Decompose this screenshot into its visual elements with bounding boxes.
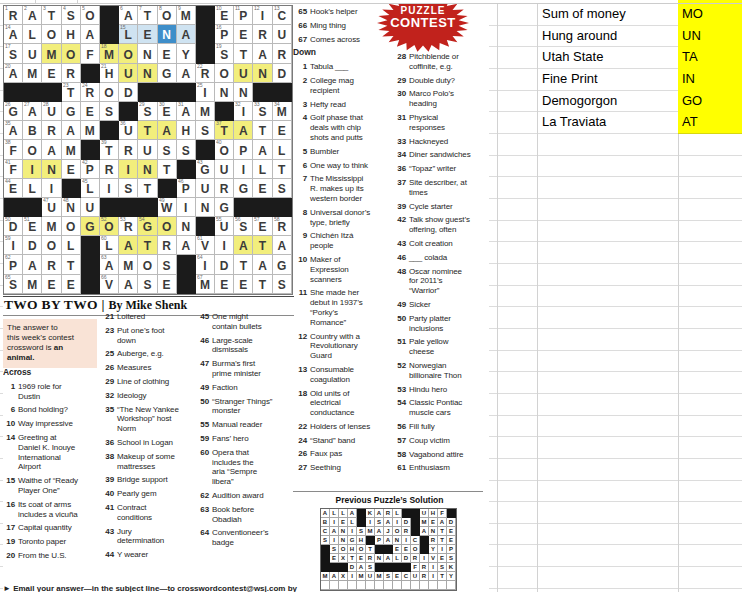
grid-cell-r3c9[interactable]: E [158,44,177,63]
grid-cell-r10c3[interactable]: I [42,179,61,198]
grid-cell-r11c6[interactable] [100,198,119,217]
cell-letter: A [277,240,286,252]
grid-cell-r8c15[interactable]: L [273,140,292,159]
grid-cell-r7c4[interactable]: A [62,121,81,140]
grid-cell-r9c5[interactable]: 42P [81,160,100,179]
clue-text: Its coat of arms includes a vicuña [18,500,78,520]
grid-cell-r12c13[interactable]: 56S [234,217,253,236]
grid-cell-r1c7[interactable]: 6A [119,6,138,25]
grid-cell-r1c15[interactable]: 13C [273,6,292,25]
clue-text: Line of clothing [117,377,169,387]
grid-cell-r14c8[interactable]: O [138,255,157,274]
grid-cell-r5c4[interactable]: 23T [62,83,81,102]
grid-cell-r7c5[interactable]: M [81,121,100,140]
grid-cell-r9c12[interactable]: U [215,160,234,179]
grid-cell-r5c14[interactable] [253,83,272,102]
cell-letter: A [258,260,267,272]
grid-cell-r10c11[interactable]: U [196,179,215,198]
grid-cell-r10c12[interactable]: R [215,179,234,198]
grid-cell-r9c2[interactable]: I [23,160,42,179]
grid-cell-r2c4[interactable]: H [62,25,81,44]
grid-cell-r11c1[interactable] [4,198,23,217]
clue-item: 19Toronto paper [3,537,99,547]
grid-cell-r12c8[interactable]: 54G [138,217,157,236]
grid-cell-r15c15[interactable]: S [273,275,292,294]
mini-cell: F [438,509,447,518]
grid-cell-r1c3[interactable]: 3T [42,6,61,25]
grid-cell-r10c4[interactable] [62,179,81,198]
grid-cell-r13c10[interactable]: A [177,236,196,255]
grid-cell-r10c14[interactable]: E [253,179,272,198]
clue-number: 43 [103,527,117,547]
grid-cell-r13c12[interactable]: I [215,236,234,255]
grid-cell-r15c12[interactable]: E [215,275,234,294]
cell-letter: E [47,68,55,80]
grid-cell-r6c3[interactable]: 28U [42,102,61,121]
grid-cell-r15c9[interactable]: E [158,275,177,294]
grid-cell-r2c12[interactable]: 16P [215,25,234,44]
grid-cell-r3c14[interactable]: A [253,44,272,63]
grid-cell-r5c6[interactable]: O [100,83,119,102]
grid-cell-r11c11[interactable]: N [196,198,215,217]
grid-cell-r4c9[interactable]: G [158,64,177,83]
grid-cell-r4c10[interactable]: A [177,64,196,83]
mini-cell [420,545,429,554]
grid-cell-r4c11[interactable]: 22R [196,64,215,83]
grid-cell-r8c3[interactable]: A [42,140,61,159]
grid-cell-r5c11[interactable]: 25I [196,83,215,102]
grid-cell-r14c1[interactable]: 62P [4,255,23,274]
grid-cell-r2c1[interactable]: 14A [4,25,23,44]
grid-cell-r9c10[interactable] [177,160,196,179]
grid-cell-r12c3[interactable]: M [42,217,61,236]
grid-cell-r11c7[interactable] [119,198,138,217]
grid-cell-r14c4[interactable]: T [62,255,81,274]
clue-item: 6Bond holding? [3,405,99,415]
grid-cell-r3c15[interactable]: R [273,44,292,63]
grid-cell-r1c4[interactable]: 4S [62,6,81,25]
mini-cell: U [411,572,420,581]
grid-cell-r10c2[interactable]: L [23,179,42,198]
grid-cell-r3c6[interactable]: 18M [100,44,119,63]
grid-cell-r12c9[interactable]: O [158,217,177,236]
cell-letter: G [66,106,75,118]
grid-cell-r8c8[interactable]: U [138,140,157,159]
grid-cell-r2c3[interactable]: O [42,25,61,44]
grid-cell-r5c3[interactable] [42,83,61,102]
grid-cell-r3c3[interactable]: M [42,44,61,63]
grid-cell-r7c1[interactable]: 35A [4,121,23,140]
grid-cell-r3c2[interactable]: U [23,44,42,63]
grid-cell-r15c5[interactable] [81,275,100,294]
clue-text: “The New Yankee Workshop” host Norm [117,405,179,434]
cell-letter: M [85,125,95,137]
grid-cell-r12c2[interactable]: 51E [23,217,42,236]
grid-cell-r3c13[interactable]: T [234,44,253,63]
cell-number: 45 [82,179,87,184]
grid-cell-r12c7[interactable]: 53R [119,217,138,236]
grid-cell-r14c11[interactable]: 64I [196,255,215,274]
contest-email-footer: ► Email your answer—in the subject line—… [3,584,483,592]
grid-cell-r11c5[interactable]: U [81,198,100,217]
grid-cell-r4c7[interactable]: U [119,64,138,83]
grid-cell-r5c13[interactable]: N [234,83,253,102]
grid-cell-r13c2[interactable]: D [23,236,42,255]
grid-cell-r4c1[interactable]: 20A [4,64,23,83]
crossword-grid[interactable]: 1R2A3T4S5O6A7T8O9M10E11P12I13C14ALOHA15L… [3,5,293,295]
grid-cell-r2c8[interactable]: E [138,25,157,44]
grid-cell-r14c12[interactable]: D [215,255,234,274]
clue-text: ___ colada [409,253,447,263]
grid-cell-r12c11[interactable] [196,217,215,236]
grid-cell-r14c13[interactable]: T [234,255,253,274]
cell-letter: N [258,68,267,80]
grid-cell-r13c14[interactable]: T [253,236,272,255]
grid-cell-r9c13[interactable]: I [234,160,253,179]
mini-cell: A [330,527,339,536]
grid-cell-r4c3[interactable]: E [42,64,61,83]
grid-cell-r14c9[interactable]: S [158,255,177,274]
grid-cell-r12c1[interactable]: 50D [4,217,23,236]
grid-cell-r10c1[interactable]: 44E [4,179,23,198]
grid-cell-r1c1[interactable]: 1R [4,6,23,25]
grid-cell-r7c13[interactable]: A [234,121,253,140]
grid-cell-r10c7[interactable]: S [119,179,138,198]
grid-cell-r4c6[interactable]: 21H [100,64,119,83]
grid-cell-r4c5[interactable] [81,64,100,83]
grid-cell-r15c13[interactable]: E [234,275,253,294]
grid-cell-r8c14[interactable]: A [253,140,272,159]
sheet-answer-cell[interactable]: AT [678,111,742,134]
grid-cell-r13c7[interactable]: A [119,236,138,255]
grid-cell-r9c8[interactable]: N [138,160,157,179]
grid-cell-r11c8[interactable] [138,198,157,217]
grid-cell-r6c13[interactable]: 32I [234,102,253,121]
grid-cell-r6c5[interactable]: E [81,102,100,121]
grid-cell-r5c10[interactable] [177,83,196,102]
grid-cell-r6c4[interactable]: G [62,102,81,121]
sheet-answer-cell[interactable]: UN [678,25,742,48]
grid-cell-r15c4[interactable]: E [62,275,81,294]
grid-cell-r15c14[interactable]: T [253,275,272,294]
grid-cell-r2c2[interactable]: L [23,25,42,44]
cell-letter: N [47,164,56,176]
cell-number: 39 [101,140,106,145]
grid-cell-r1c10[interactable]: 9M [177,6,196,25]
grid-cell-r5c8[interactable] [138,83,157,102]
grid-cell-r11c14[interactable] [253,198,272,217]
grid-cell-r5c9[interactable] [158,83,177,102]
grid-cell-r9c6[interactable]: R [100,160,119,179]
grid-cell-r11c13[interactable] [234,198,253,217]
sheet-clue-cell[interactable]: Sum of money [542,3,676,25]
grid-cell-r3c10[interactable]: Y [177,44,196,63]
grid-cell-r8c6[interactable]: 39T [100,140,119,159]
grid-cell-r6c9[interactable]: 30E [158,102,177,121]
grid-cell-r10c6[interactable]: I [100,179,119,198]
clue-number: 40 [103,489,117,499]
clue-number: 56 [375,422,409,432]
grid-cell-r2c13[interactable]: E [234,25,253,44]
grid-cell-r1c9[interactable]: 8O [158,6,177,25]
mini-cell: O [339,545,348,554]
grid-cell-r2c11[interactable] [196,25,215,44]
grid-cell-r15c7[interactable]: A [119,275,138,294]
grid-cell-r6c12[interactable] [215,102,234,121]
grid-cell-r6c6[interactable]: S [100,102,119,121]
grid-cell-r5c5[interactable]: 24R [81,83,100,102]
grid-cell-r13c11[interactable]: 61V [196,236,215,255]
grid-cell-r4c13[interactable]: U [234,64,253,83]
grid-cell-r9c7[interactable]: I [119,160,138,179]
grid-cell-r7c9[interactable]: A [158,121,177,140]
cell-letter: A [28,10,37,22]
grid-cell-r3c12[interactable]: 19S [215,44,234,63]
cell-letter: R [9,10,18,22]
grid-cell-r14c14[interactable]: A [253,255,272,274]
clue-text: Oscar nominee for 2011’s “Warrior” [409,267,462,296]
grid-cell-r5c7[interactable]: D [119,83,138,102]
clue-text: Consumable coagulation [310,365,354,385]
grid-cell-r7c6[interactable] [100,121,119,140]
cell-letter: T [67,87,74,99]
grid-cell-r6c15[interactable]: 34M [273,102,292,121]
grid-cell-r14c6[interactable]: 63A [100,255,119,274]
grid-cell-r7c14[interactable]: T [253,121,272,140]
mini-cell: Y [429,545,438,554]
grid-cell-r12c6[interactable]: 52O [100,217,119,236]
grid-cell-r8c2[interactable]: O [23,140,42,159]
grid-cell-r6c7[interactable] [119,102,138,121]
grid-cell-r8c13[interactable]: P [234,140,253,159]
cell-number: 50 [5,217,10,222]
grid-cell-r15c2[interactable]: M [23,275,42,294]
grid-cell-r11c15[interactable] [273,198,292,217]
clue-text: She made her debut in 1937’s “Porky’s Ro… [310,288,363,327]
grid-cell-r9c3[interactable]: N [42,160,61,179]
sheet-clue-cell[interactable]: La Traviata [542,111,676,133]
clue-text: Greeting at Daniel K. Inouye Internation… [18,433,75,472]
grid-cell-r11c3[interactable]: 47U [42,198,61,217]
grid-cell-r1c12[interactable]: 10E [215,6,234,25]
grid-cell-r5c15[interactable] [273,83,292,102]
grid-cell-r6c8[interactable]: 29S [138,102,157,121]
grid-cell-r7c11[interactable]: S [196,121,215,140]
grid-cell-r6c2[interactable]: 27A [23,102,42,121]
grid-cell-r6c11[interactable]: M [196,102,215,121]
grid-cell-r11c4[interactable]: 48N [62,198,81,217]
grid-cell-r9c15[interactable]: T [273,160,292,179]
grid-cell-r13c8[interactable]: T [138,236,157,255]
cell-number: 23 [63,83,68,88]
cell-number: 5 [82,6,85,11]
grid-cell-r14c7[interactable]: M [119,255,138,274]
grid-cell-r7c7[interactable]: 36U [119,121,138,140]
mini-cell: I [348,527,357,536]
grid-cell-r7c2[interactable]: B [23,121,42,140]
grid-cell-r14c3[interactable]: R [42,255,61,274]
grid-cell-r8c9[interactable]: S [158,140,177,159]
grid-cell-r6c14[interactable]: 33S [253,102,272,121]
grid-cell-r12c12[interactable]: 55U [215,217,234,236]
clue-number: 66 [293,21,310,31]
grid-cell-r2c14[interactable]: R [253,25,272,44]
grid-cell-r9c14[interactable]: L [253,160,272,179]
grid-cell-r1c5[interactable]: 5O [81,6,100,25]
grid-cell-r8c10[interactable]: S [177,140,196,159]
grid-cell-r2c9[interactable]: N [158,25,177,44]
grid-cell-r1c2[interactable]: 2A [23,6,42,25]
puzzle-masthead: TWO BY TWO | By Mike Shenk [4,297,187,313]
grid-cell-r4c4[interactable]: R [62,64,81,83]
cell-number: 26 [5,102,10,107]
clue-number: 37 [375,178,409,198]
grid-cell-r14c5[interactable] [81,255,100,274]
mini-cell: L [339,509,348,518]
sheet-clue-cell[interactable]: Utah State [542,46,676,68]
cell-letter: G [239,183,248,195]
grid-cell-r7c12[interactable]: 37T [215,121,234,140]
grid-cell-r4c14[interactable]: N [253,64,272,83]
grid-cell-r1c14[interactable]: 12I [253,6,272,25]
grid-cell-r8c11[interactable] [196,140,215,159]
grid-cell-r13c3[interactable]: O [42,236,61,255]
grid-cell-r13c1[interactable]: 59I [4,236,23,255]
grid-cell-r7c10[interactable]: H [177,121,196,140]
cell-number: 8 [159,6,162,11]
grid-cell-r9c4[interactable]: E [62,160,81,179]
grid-cell-r8c12[interactable]: 40O [215,140,234,159]
grid-cell-r13c9[interactable]: R [158,236,177,255]
grid-cell-r2c15[interactable]: U [273,25,292,44]
grid-cell-r13c13[interactable]: A [234,236,253,255]
cell-number: 35 [5,121,10,126]
grid-cell-r13c6[interactable]: 60L [100,236,119,255]
grid-cell-r15c10[interactable] [177,275,196,294]
grid-cell-r2c10[interactable]: A [177,25,196,44]
grid-cell-r4c15[interactable]: D [273,64,292,83]
grid-cell-r3c5[interactable]: F [81,44,100,63]
mini-cell [447,509,456,518]
grid-cell-r4c12[interactable]: O [215,64,234,83]
sheet-clue-cell[interactable]: Hung around [542,25,676,47]
grid-cell-r8c1[interactable]: 38F [4,140,23,159]
grid-cell-r3c7[interactable]: O [119,44,138,63]
clue-number: 17 [3,523,18,533]
clue-number: 31 [375,113,409,133]
grid-cell-r10c13[interactable]: G [234,179,253,198]
cell-letter: O [47,29,56,41]
grid-cell-r10c9[interactable] [158,179,177,198]
grid-cell-r15c8[interactable]: S [138,275,157,294]
clue-number: 49 [196,383,212,393]
grid-cell-r11c12[interactable]: G [215,198,234,217]
grid-cell-r4c2[interactable]: M [23,64,42,83]
grid-cell-r6c10[interactable]: 31A [177,102,196,121]
grid-cell-r3c4[interactable]: O [62,44,81,63]
grid-cell-r11c10[interactable]: I [177,198,196,217]
grid-cell-r2c5[interactable]: A [81,25,100,44]
grid-cell-r13c4[interactable]: L [62,236,81,255]
grid-cell-r14c15[interactable]: G [273,255,292,274]
grid-cell-r15c3[interactable]: E [42,275,61,294]
grid-cell-r5c1[interactable] [4,83,23,102]
grid-cell-r7c8[interactable]: T [138,121,157,140]
sheet-answer-cell[interactable]: IN [678,68,742,91]
grid-cell-r9c1[interactable]: 41F [4,160,23,179]
grid-cell-r12c4[interactable]: O [62,217,81,236]
grid-cell-r14c10[interactable] [177,255,196,274]
cell-number: 41 [5,160,10,165]
grid-cell-r12c5[interactable]: G [81,217,100,236]
grid-cell-r3c1[interactable]: 17S [4,44,23,63]
grid-cell-r12c14[interactable]: 57E [253,217,272,236]
grid-cell-r15c6[interactable]: 66V [100,275,119,294]
grid-cell-r1c11[interactable] [196,6,215,25]
grid-cell-r9c9[interactable]: T [158,160,177,179]
grid-cell-r5c12[interactable]: N [215,83,234,102]
grid-cell-r10c5[interactable]: 45L [81,179,100,198]
grid-cell-r10c8[interactable]: T [138,179,157,198]
down-header: Down [293,48,377,58]
sheet-answer-cell[interactable]: TA [678,46,742,69]
grid-cell-r7c15[interactable]: E [273,121,292,140]
grid-cell-r7c3[interactable]: R [42,121,61,140]
grid-cell-r1c6[interactable] [100,6,119,25]
grid-cell-r1c13[interactable]: 11P [234,6,253,25]
grid-cell-r8c4[interactable]: M [62,140,81,159]
sheet-clue-cell[interactable]: Fine Print [542,68,676,90]
grid-cell-r13c5[interactable] [81,236,100,255]
mini-cell: L [393,554,402,563]
grid-cell-r12c15[interactable]: 58R [273,217,292,236]
clue-item: 39Bridge support [103,475,198,485]
grid-cell-r10c15[interactable]: S [273,179,292,198]
grid-cell-r2c7[interactable]: 15L [119,25,138,44]
sheet-answer-cell[interactable]: GO [678,90,742,113]
cell-letter: R [124,221,133,233]
grid-cell-r5c2[interactable] [23,83,42,102]
grid-cell-r8c5[interactable] [81,140,100,159]
grid-cell-r6c1[interactable]: 26G [4,102,23,121]
clue-number: 39 [103,475,117,485]
grid-cell-r9c11[interactable]: 43G [196,160,215,179]
cell-letter: M [46,49,56,61]
cell-letter: U [277,29,286,41]
cell-number: 60 [101,236,106,241]
cell-number: 25 [197,83,202,88]
grid-cell-r1c8[interactable]: 7T [138,6,157,25]
grid-cell-r15c1[interactable]: 65S [4,275,23,294]
grid-cell-r11c9[interactable]: 49W [158,198,177,217]
grid-cell-r10c10[interactable]: 46P [177,179,196,198]
cell-letter: E [28,221,36,233]
grid-cell-r15c11[interactable]: 67M [196,275,215,294]
clue-item: 57Coup victim [375,436,485,446]
grid-cell-r4c8[interactable]: N [138,64,157,83]
sheet-clue-cell[interactable]: Demogorgon [542,90,676,112]
grid-cell-r8c7[interactable]: R [119,140,138,159]
grid-cell-r2c6[interactable] [100,25,119,44]
grid-cell-r13c15[interactable]: A [273,236,292,255]
grid-cell-r14c2[interactable]: A [23,255,42,274]
grid-cell-r3c8[interactable]: N [138,44,157,63]
across-clues-list: 11969 role for Dustin6Bond holding?10Way… [3,382,99,561]
grid-cell-r12c10[interactable]: N [177,217,196,236]
grid-cell-r3c11[interactable] [196,44,215,63]
grid-cell-r11c2[interactable] [23,198,42,217]
sheet-answer-cell[interactable]: MO [678,3,742,26]
